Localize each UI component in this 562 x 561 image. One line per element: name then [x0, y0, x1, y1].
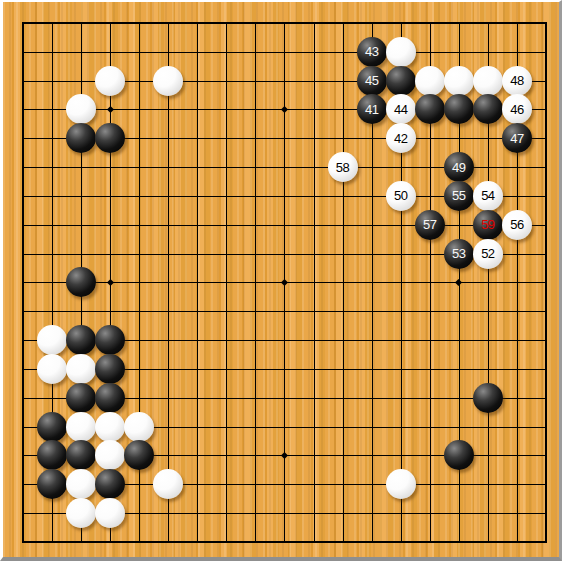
black-stone[interactable] — [95, 325, 125, 355]
move-number: 53 — [452, 247, 465, 260]
black-stone[interactable]: 57 — [415, 210, 445, 240]
black-stone[interactable] — [66, 440, 96, 470]
black-stone[interactable] — [95, 123, 125, 153]
white-stone[interactable] — [415, 66, 445, 96]
white-stone[interactable]: 54 — [473, 181, 503, 211]
move-number: 54 — [481, 189, 494, 202]
white-stone[interactable] — [66, 498, 96, 528]
black-stone[interactable]: 49 — [444, 152, 474, 182]
white-stone[interactable] — [95, 498, 125, 528]
white-stone[interactable]: 48 — [502, 66, 532, 96]
grid-line-horizontal — [22, 541, 547, 543]
move-number: 49 — [452, 161, 465, 174]
white-stone[interactable] — [95, 412, 125, 442]
star-point — [455, 279, 462, 286]
black-stone[interactable] — [66, 383, 96, 413]
grid-line-horizontal — [22, 311, 547, 312]
white-stone[interactable] — [95, 66, 125, 96]
black-stone[interactable] — [66, 267, 96, 297]
white-stone[interactable] — [153, 469, 183, 499]
black-stone[interactable]: 59 — [473, 210, 503, 240]
move-number: 52 — [481, 247, 494, 260]
black-stone[interactable] — [37, 440, 67, 470]
go-board-grid[interactable]: 434548414446424758495055545759565352 — [3, 2, 559, 557]
move-number: 41 — [365, 103, 378, 116]
star-point — [281, 279, 288, 286]
black-stone[interactable]: 47 — [502, 123, 532, 153]
move-number: 57 — [423, 218, 436, 231]
move-number: 56 — [510, 218, 523, 231]
white-stone[interactable] — [124, 412, 154, 442]
black-stone[interactable] — [95, 383, 125, 413]
black-stone[interactable] — [415, 94, 445, 124]
grid-line-vertical — [343, 22, 344, 543]
black-stone[interactable] — [473, 383, 503, 413]
go-board: 434548414446424758495055545759565352 — [0, 0, 562, 561]
black-stone[interactable] — [124, 440, 154, 470]
black-stone[interactable] — [444, 440, 474, 470]
white-stone[interactable] — [37, 325, 67, 355]
white-stone[interactable] — [66, 354, 96, 384]
black-stone[interactable] — [66, 123, 96, 153]
white-stone[interactable]: 46 — [502, 94, 532, 124]
black-stone[interactable] — [66, 325, 96, 355]
move-number: 58 — [336, 161, 349, 174]
white-stone[interactable] — [153, 66, 183, 96]
white-stone[interactable] — [95, 440, 125, 470]
star-point — [107, 279, 114, 286]
white-stone[interactable] — [444, 66, 474, 96]
white-stone[interactable] — [386, 37, 416, 67]
white-stone[interactable]: 52 — [473, 239, 503, 269]
black-stone[interactable]: 53 — [444, 239, 474, 269]
black-stone[interactable] — [386, 66, 416, 96]
grid-line-vertical — [314, 22, 315, 543]
white-stone[interactable] — [37, 354, 67, 384]
black-stone[interactable]: 55 — [444, 181, 474, 211]
white-stone[interactable] — [66, 94, 96, 124]
black-stone[interactable] — [95, 469, 125, 499]
white-stone[interactable] — [66, 412, 96, 442]
move-number: 42 — [394, 132, 407, 145]
white-stone[interactable]: 50 — [386, 181, 416, 211]
move-number: 55 — [452, 189, 465, 202]
black-stone[interactable] — [37, 469, 67, 499]
move-number: 48 — [510, 74, 523, 87]
black-stone[interactable]: 41 — [357, 94, 387, 124]
white-stone[interactable] — [66, 469, 96, 499]
star-point — [281, 106, 288, 113]
white-stone[interactable] — [473, 66, 503, 96]
black-stone[interactable] — [95, 354, 125, 384]
white-stone[interactable]: 56 — [502, 210, 532, 240]
white-stone[interactable]: 58 — [328, 152, 358, 182]
white-stone[interactable]: 44 — [386, 94, 416, 124]
move-number: 44 — [394, 103, 407, 116]
move-number: 45 — [365, 74, 378, 87]
black-stone[interactable] — [37, 412, 67, 442]
move-number: 46 — [510, 103, 523, 116]
black-stone[interactable]: 43 — [357, 37, 387, 67]
black-stone[interactable] — [444, 94, 474, 124]
move-number: 59 — [481, 218, 494, 231]
black-stone[interactable] — [473, 94, 503, 124]
white-stone[interactable]: 42 — [386, 123, 416, 153]
move-number: 50 — [394, 189, 407, 202]
black-stone[interactable]: 45 — [357, 66, 387, 96]
move-number: 47 — [510, 132, 523, 145]
grid-line-vertical — [545, 22, 547, 543]
white-stone[interactable] — [386, 469, 416, 499]
star-point — [281, 452, 288, 459]
move-number: 43 — [365, 45, 378, 58]
star-point — [107, 106, 114, 113]
